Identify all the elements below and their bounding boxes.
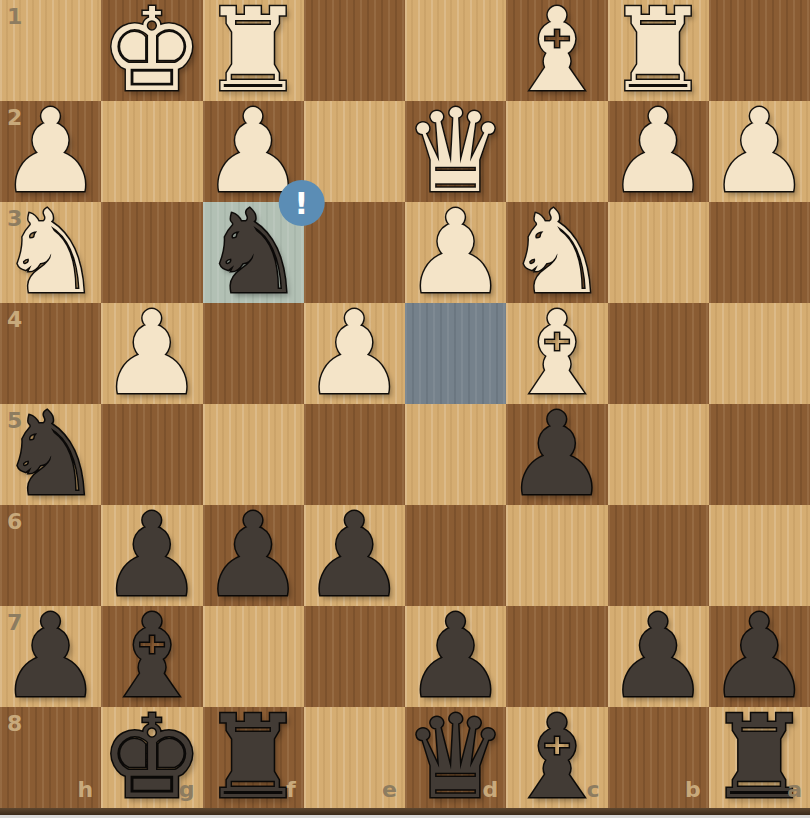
square-d5[interactable] [405,404,506,505]
square-h5[interactable]: ♞5 [0,404,101,505]
square-h7[interactable]: ♟7 [0,606,101,707]
white-pawn-b2-piece[interactable]: ♟ [607,101,710,202]
square-e1[interactable] [304,0,405,101]
square-h3[interactable]: ♞3 [0,202,101,303]
square-f6[interactable]: ♟ [203,505,304,606]
square-e8[interactable]: e [304,707,405,808]
white-pawn-d3-piece[interactable]: ♟ [404,202,507,303]
file-label-e: e [382,777,397,802]
square-c1[interactable]: ♝ [506,0,607,101]
black-pawn-c5-piece[interactable]: ♟ [505,404,608,505]
black-pawn-f6-piece[interactable]: ♟ [202,505,305,606]
white-pawn-e4-piece[interactable]: ♟ [303,303,406,404]
square-c5[interactable]: ♟ [506,404,607,505]
white-bishop-c1-piece[interactable]: ♝ [505,0,608,101]
white-knight-h3-piece[interactable]: ♞ [0,202,102,303]
white-king-g1-piece[interactable]: ♚ [100,0,203,101]
square-b5[interactable] [608,404,709,505]
square-g1[interactable]: ♚ [101,0,202,101]
black-bishop-c8-piece[interactable]: ♝ [505,707,608,808]
black-queen-d8-piece[interactable]: ♛ [404,707,507,808]
good-move-badge: ! [278,180,324,226]
square-c8[interactable]: ♝c [506,707,607,808]
square-a4[interactable] [709,303,810,404]
square-e2[interactable] [304,101,405,202]
square-b2[interactable]: ♟ [608,101,709,202]
file-label-h: h [78,777,94,802]
square-d3[interactable]: ♟ [405,202,506,303]
square-c6[interactable] [506,505,607,606]
square-b3[interactable] [608,202,709,303]
chess-board[interactable]: 1♚♜♝♜♟2♟♛♟♟♞3♞!♟♞4♟♟♝♞5♟6♟♟♟♟7♝♟♟♟8h♚g♜f… [0,0,810,808]
square-b8[interactable]: b [608,707,709,808]
black-king-g8-piece[interactable]: ♚ [100,707,203,808]
file-label-b: b [685,777,701,802]
square-e6[interactable]: ♟ [304,505,405,606]
square-a3[interactable] [709,202,810,303]
square-e4[interactable]: ♟ [304,303,405,404]
black-pawn-h7-piece[interactable]: ♟ [0,606,102,707]
rank-label-1: 1 [7,4,22,29]
square-g4[interactable]: ♟ [101,303,202,404]
square-g2[interactable] [101,101,202,202]
square-a5[interactable] [709,404,810,505]
square-f3[interactable]: ♞! [203,202,304,303]
square-b4[interactable] [608,303,709,404]
rank-label-4: 4 [7,307,22,332]
square-b7[interactable]: ♟ [608,606,709,707]
square-h8[interactable]: 8h [0,707,101,808]
chess-board-wrapper: 1♚♜♝♜♟2♟♛♟♟♞3♞!♟♞4♟♟♝♞5♟6♟♟♟♟7♝♟♟♟8h♚g♜f… [0,0,810,818]
square-d4[interactable] [405,303,506,404]
rank-label-6: 6 [7,509,22,534]
square-a2[interactable]: ♟ [709,101,810,202]
square-a8[interactable]: ♜a [709,707,810,808]
black-pawn-b7-piece[interactable]: ♟ [607,606,710,707]
square-e7[interactable] [304,606,405,707]
rank-label-8: 8 [7,711,22,736]
white-pawn-a2-piece[interactable]: ♟ [708,101,810,202]
white-pawn-g4-piece[interactable]: ♟ [100,303,203,404]
black-rook-f8-piece[interactable]: ♜ [202,707,305,808]
square-f8[interactable]: ♜f [203,707,304,808]
square-g8[interactable]: ♚g [101,707,202,808]
black-pawn-e6-piece[interactable]: ♟ [303,505,406,606]
square-f4[interactable] [203,303,304,404]
square-d8[interactable]: ♛d [405,707,506,808]
black-rook-a8-piece[interactable]: ♜ [708,707,810,808]
black-knight-h5-piece[interactable]: ♞ [0,404,102,505]
